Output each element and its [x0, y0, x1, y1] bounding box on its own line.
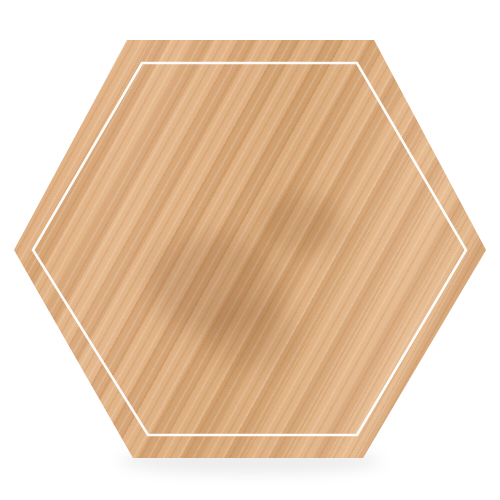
dice-layer [0, 0, 500, 500]
board-photo [0, 0, 500, 500]
